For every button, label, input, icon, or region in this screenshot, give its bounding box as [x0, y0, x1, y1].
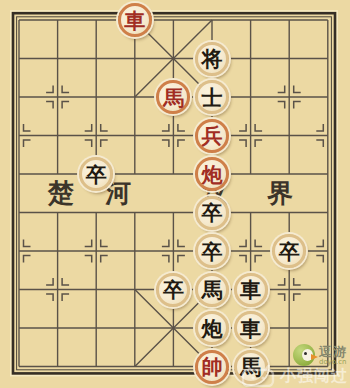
piece-black-chariot[interactable]: 車	[234, 311, 268, 345]
piece-grid: 車将馬士兵卒炮卒卒卒卒馬車炮車帥馬	[0, 1, 347, 386]
piece-black-soldier[interactable]: 卒	[195, 234, 229, 268]
doyo-logo-text: 逗游	[319, 345, 347, 358]
piece-black-horse[interactable]: 馬	[195, 273, 229, 307]
doyo-logo: 逗游 doyo.cn	[293, 344, 347, 366]
piece-black-soldier[interactable]: 卒	[195, 196, 229, 230]
xiangqi-board-screen: 楚河汉界 車将馬士兵卒炮卒卒卒卒馬車炮車帥馬 逗游 doyo.cn 小强闯过	[0, 0, 350, 388]
piece-black-advisor[interactable]: 士	[195, 80, 229, 114]
piece-red-soldier[interactable]: 兵	[195, 119, 229, 153]
piece-red-chariot[interactable]: 車	[118, 3, 152, 37]
piece-black-soldier[interactable]: 卒	[79, 157, 113, 191]
piece-black-chariot[interactable]: 車	[234, 273, 268, 307]
piece-red-horse[interactable]: 馬	[156, 80, 190, 114]
piece-black-soldier[interactable]: 卒	[156, 273, 190, 307]
piece-black-general[interactable]: 将	[195, 42, 229, 76]
piece-red-general[interactable]: 帥	[195, 350, 229, 384]
doyo-logo-url: doyo.cn	[319, 359, 347, 366]
doyo-mascot-icon	[293, 344, 315, 366]
piece-red-cannon[interactable]: 炮	[195, 157, 229, 191]
piece-black-horse[interactable]: 馬	[234, 350, 268, 384]
piece-black-cannon[interactable]: 炮	[195, 311, 229, 345]
piece-black-soldier[interactable]: 卒	[272, 234, 306, 268]
